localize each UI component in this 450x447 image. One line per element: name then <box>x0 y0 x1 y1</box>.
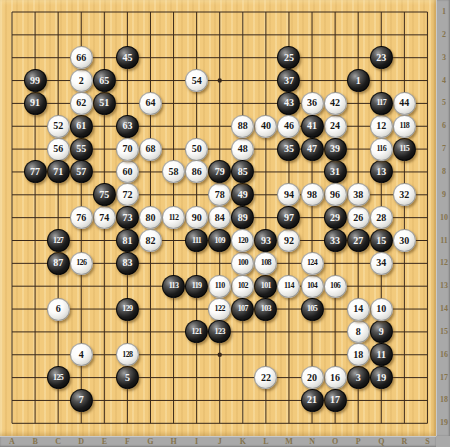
col-label-M: M <box>282 438 296 446</box>
row-coordinate-strip: 12345678910111213141516171819 <box>436 0 450 436</box>
stone-white-14: 14 <box>347 298 370 321</box>
stone-white-62: 62 <box>70 92 93 115</box>
stone-white-114: 114 <box>277 275 300 298</box>
stone-black-73: 73 <box>116 206 139 229</box>
stone-white-42: 42 <box>324 92 347 115</box>
stone-black-77: 77 <box>24 160 47 183</box>
col-label-D: D <box>74 438 88 446</box>
stone-white-20: 20 <box>301 366 324 389</box>
stone-black-75: 75 <box>93 183 116 206</box>
row-label-16: 16 <box>437 351 450 359</box>
stone-white-88: 88 <box>231 115 254 138</box>
stone-black-5: 5 <box>116 366 139 389</box>
stone-black-29: 29 <box>324 206 347 229</box>
stone-black-111: 111 <box>185 229 208 252</box>
stone-black-35: 35 <box>277 138 300 161</box>
col-label-G: G <box>143 438 157 446</box>
stone-black-11: 11 <box>370 343 393 366</box>
col-label-S: S <box>420 438 434 446</box>
stone-black-9: 9 <box>370 320 393 343</box>
stone-black-127: 127 <box>47 229 70 252</box>
stone-white-24: 24 <box>324 115 347 138</box>
column-coordinate-strip: ABCDEFGHIJKLMNOPQRS <box>0 436 436 447</box>
stone-white-4: 4 <box>70 343 93 366</box>
stone-black-105: 105 <box>301 298 324 321</box>
col-label-E: E <box>97 438 111 446</box>
stone-black-117: 117 <box>370 92 393 115</box>
stone-white-52: 52 <box>47 115 70 138</box>
stone-white-100: 100 <box>231 252 254 275</box>
stone-white-82: 82 <box>139 229 162 252</box>
stone-white-64: 64 <box>139 92 162 115</box>
row-label-1: 1 <box>437 8 450 16</box>
row-label-9: 9 <box>437 191 450 199</box>
row-label-11: 11 <box>437 237 450 245</box>
stone-black-7: 7 <box>70 389 93 412</box>
stone-white-32: 32 <box>393 183 416 206</box>
stone-black-27: 27 <box>347 229 370 252</box>
stone-black-115: 115 <box>393 138 416 161</box>
stone-white-8: 8 <box>347 320 370 343</box>
stone-white-34: 34 <box>370 252 393 275</box>
row-label-10: 10 <box>437 214 450 222</box>
stone-black-51: 51 <box>93 92 116 115</box>
stone-white-116: 116 <box>370 138 393 161</box>
stone-black-125: 125 <box>47 366 70 389</box>
stone-white-16: 16 <box>324 366 347 389</box>
col-label-I: I <box>190 438 204 446</box>
stone-black-41: 41 <box>301 115 324 138</box>
col-label-O: O <box>328 438 342 446</box>
stone-white-104: 104 <box>301 275 324 298</box>
row-label-3: 3 <box>437 54 450 62</box>
stone-black-83: 83 <box>116 252 139 275</box>
stone-white-44: 44 <box>393 92 416 115</box>
stone-white-28: 28 <box>370 206 393 229</box>
stone-white-76: 76 <box>70 206 93 229</box>
stone-black-71: 71 <box>47 160 70 183</box>
stone-white-40: 40 <box>254 115 277 138</box>
stone-black-23: 23 <box>370 46 393 69</box>
row-label-5: 5 <box>437 99 450 107</box>
stone-white-80: 80 <box>139 206 162 229</box>
stone-white-2: 2 <box>70 69 93 92</box>
stone-white-124: 124 <box>301 252 324 275</box>
col-label-K: K <box>236 438 250 446</box>
stone-black-21: 21 <box>301 389 324 412</box>
stone-white-68: 68 <box>139 138 162 161</box>
stone-white-106: 106 <box>324 275 347 298</box>
col-label-A: A <box>5 438 19 446</box>
stone-black-31: 31 <box>324 160 347 183</box>
stone-white-30: 30 <box>393 229 416 252</box>
stone-white-74: 74 <box>93 206 116 229</box>
stone-white-122: 122 <box>208 298 231 321</box>
stone-black-103: 103 <box>254 298 277 321</box>
row-label-2: 2 <box>437 31 450 39</box>
col-label-P: P <box>351 438 365 446</box>
col-label-H: H <box>167 438 181 446</box>
stone-white-6: 6 <box>47 298 70 321</box>
col-label-B: B <box>28 438 42 446</box>
stone-white-56: 56 <box>47 138 70 161</box>
row-label-17: 17 <box>437 374 450 382</box>
stone-black-65: 65 <box>93 69 116 92</box>
stone-black-33: 33 <box>324 229 347 252</box>
stone-black-3: 3 <box>347 366 370 389</box>
stone-white-12: 12 <box>370 115 393 138</box>
stone-black-129: 129 <box>116 298 139 321</box>
stone-black-55: 55 <box>70 138 93 161</box>
row-label-19: 19 <box>437 419 450 427</box>
stone-white-66: 66 <box>70 46 93 69</box>
col-label-N: N <box>305 438 319 446</box>
stone-black-1: 1 <box>347 69 370 92</box>
stone-white-98: 98 <box>301 183 324 206</box>
stone-white-96: 96 <box>324 183 347 206</box>
col-label-L: L <box>259 438 273 446</box>
stone-black-87: 87 <box>47 252 70 275</box>
stone-black-91: 91 <box>24 92 47 115</box>
stone-white-70: 70 <box>116 138 139 161</box>
stone-black-15: 15 <box>370 229 393 252</box>
stone-black-39: 39 <box>324 138 347 161</box>
stone-white-48: 48 <box>231 138 254 161</box>
go-board-diagram: 1234567891011121314151617181920212223242… <box>0 0 450 447</box>
strip-corner <box>436 436 450 447</box>
stone-black-113: 113 <box>162 275 185 298</box>
stone-black-45: 45 <box>116 46 139 69</box>
col-label-Q: Q <box>374 438 388 446</box>
col-label-C: C <box>51 438 65 446</box>
row-label-4: 4 <box>437 77 450 85</box>
stone-black-63: 63 <box>116 115 139 138</box>
stone-white-118: 118 <box>393 115 416 138</box>
row-label-15: 15 <box>437 328 450 336</box>
stone-white-36: 36 <box>301 92 324 115</box>
stone-black-99: 99 <box>24 69 47 92</box>
stone-black-19: 19 <box>370 366 393 389</box>
col-label-R: R <box>397 438 411 446</box>
stone-white-26: 26 <box>347 206 370 229</box>
row-label-14: 14 <box>437 305 450 313</box>
stone-black-119: 119 <box>185 275 208 298</box>
stone-white-50: 50 <box>185 138 208 161</box>
stone-white-126: 126 <box>70 252 93 275</box>
stone-white-102: 102 <box>231 275 254 298</box>
stone-white-10: 10 <box>370 298 393 321</box>
col-label-F: F <box>120 438 134 446</box>
stone-black-101: 101 <box>254 275 277 298</box>
stone-white-38: 38 <box>347 183 370 206</box>
stone-white-110: 110 <box>208 275 231 298</box>
stone-black-17: 17 <box>324 389 347 412</box>
stone-black-107: 107 <box>231 298 254 321</box>
row-label-7: 7 <box>437 145 450 153</box>
go-board[interactable]: 1234567891011121314151617181920212223242… <box>0 0 436 436</box>
stone-white-128: 128 <box>116 343 139 366</box>
stone-white-18: 18 <box>347 343 370 366</box>
row-label-8: 8 <box>437 168 450 176</box>
row-label-6: 6 <box>437 122 450 130</box>
stone-black-81: 81 <box>116 229 139 252</box>
col-label-J: J <box>213 438 227 446</box>
row-label-12: 12 <box>437 259 450 267</box>
stone-black-61: 61 <box>70 115 93 138</box>
star-point <box>218 353 222 357</box>
row-label-18: 18 <box>437 396 450 404</box>
stone-black-47: 47 <box>301 138 324 161</box>
star-point <box>218 78 222 82</box>
row-label-13: 13 <box>437 282 450 290</box>
